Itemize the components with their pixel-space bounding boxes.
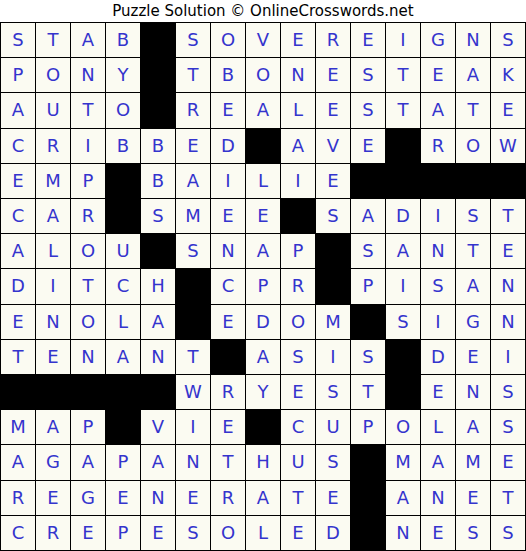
block-cell-r10c7	[211, 340, 245, 374]
block-cell-r11c5	[141, 375, 175, 409]
block-cell-r12c8	[246, 410, 280, 444]
block-cell-r5c11	[351, 164, 385, 198]
letter-cell-r3c10: E	[316, 93, 350, 127]
letter-cell-r13c14: M	[456, 445, 490, 479]
letter-cell-r11c8: Y	[246, 375, 280, 409]
letter-cell-r3c9: L	[281, 93, 315, 127]
letter-cell-r3c14: T	[456, 93, 490, 127]
letter-cell-r14c10: E	[316, 481, 350, 515]
letter-cell-r8c2: I	[36, 269, 70, 303]
letter-cell-r2c1: P	[1, 58, 35, 92]
letter-cell-r13c6: N	[176, 445, 210, 479]
letter-cell-r6c10: S	[316, 199, 350, 233]
letter-cell-r4c15: W	[491, 129, 525, 163]
letter-cell-r2c7: B	[211, 58, 245, 92]
letter-cell-r5c3: P	[71, 164, 105, 198]
crossword-grid: STABSOVEREIGNSPONYTBONESTEAKAUTOREALESTA…	[0, 22, 526, 551]
letter-cell-r14c12: A	[386, 481, 420, 515]
letter-cell-r7c12: A	[386, 234, 420, 268]
letter-cell-r3c13: A	[421, 93, 455, 127]
letter-cell-r6c1: C	[1, 199, 35, 233]
letter-cell-r3c15: E	[491, 93, 525, 127]
letter-cell-r1c1: S	[1, 23, 35, 57]
letter-cell-r10c5: N	[141, 340, 175, 374]
letter-cell-r9c2: N	[36, 305, 70, 339]
letter-cell-r12c14: A	[456, 410, 490, 444]
block-cell-r11c1	[1, 375, 35, 409]
block-cell-r10c12	[386, 340, 420, 374]
letter-cell-r2c11: S	[351, 58, 385, 92]
letter-cell-r12c15: S	[491, 410, 525, 444]
letter-cell-r2c4: Y	[106, 58, 140, 92]
letter-cell-r12c9: C	[281, 410, 315, 444]
letter-cell-r6c2: A	[36, 199, 70, 233]
letter-cell-r14c15: T	[491, 481, 525, 515]
letter-cell-r12c11: P	[351, 410, 385, 444]
letter-cell-r5c10: E	[316, 164, 350, 198]
letter-cell-r13c13: A	[421, 445, 455, 479]
letter-cell-r10c2: E	[36, 340, 70, 374]
block-cell-r6c9	[281, 199, 315, 233]
letter-cell-r15c3: E	[71, 516, 105, 550]
letter-cell-r15c13: E	[421, 516, 455, 550]
letter-cell-r8c13: S	[421, 269, 455, 303]
letter-cell-r15c7: O	[211, 516, 245, 550]
block-cell-r7c5	[141, 234, 175, 268]
letter-cell-r4c13: R	[421, 129, 455, 163]
letter-cell-r4c11: E	[351, 129, 385, 163]
letter-cell-r2c6: T	[176, 58, 210, 92]
block-cell-r11c4	[106, 375, 140, 409]
block-cell-r14c11	[351, 481, 385, 515]
letter-cell-r7c6: S	[176, 234, 210, 268]
letter-cell-r8c4: C	[106, 269, 140, 303]
block-cell-r9c11	[351, 305, 385, 339]
block-cell-r15c11	[351, 516, 385, 550]
letter-cell-r14c3: G	[71, 481, 105, 515]
block-cell-r11c3	[71, 375, 105, 409]
letter-cell-r13c3: A	[71, 445, 105, 479]
letter-cell-r6c6: M	[176, 199, 210, 233]
letter-cell-r12c5: V	[141, 410, 175, 444]
letter-cell-r14c14: E	[456, 481, 490, 515]
letter-cell-r9c14: G	[456, 305, 490, 339]
letter-cell-r5c7: I	[211, 164, 245, 198]
letter-cell-r13c5: A	[141, 445, 175, 479]
page-title: Puzzle Solution © OnlineCrosswords.net	[0, 0, 526, 22]
block-cell-r5c4	[106, 164, 140, 198]
letter-cell-r11c13: E	[421, 375, 455, 409]
letter-cell-r11c14: N	[456, 375, 490, 409]
letter-cell-r10c15: I	[491, 340, 525, 374]
letter-cell-r13c10: S	[316, 445, 350, 479]
block-cell-r2c5	[141, 58, 175, 92]
letter-cell-r8c8: P	[246, 269, 280, 303]
letter-cell-r8c12: I	[386, 269, 420, 303]
letter-cell-r9c9: O	[281, 305, 315, 339]
letter-cell-r3c8: A	[246, 93, 280, 127]
letter-cell-r6c12: D	[386, 199, 420, 233]
block-cell-r5c14	[456, 164, 490, 198]
letter-cell-r10c14: E	[456, 340, 490, 374]
letter-cell-r8c7: C	[211, 269, 245, 303]
puzzle-solution-page: Puzzle Solution © OnlineCrosswords.net S…	[0, 0, 526, 551]
letter-cell-r13c8: H	[246, 445, 280, 479]
letter-cell-r14c6: E	[176, 481, 210, 515]
letter-cell-r5c8: L	[246, 164, 280, 198]
letter-cell-r5c1: E	[1, 164, 35, 198]
letter-cell-r10c9: S	[281, 340, 315, 374]
letter-cell-r6c14: S	[456, 199, 490, 233]
letter-cell-r2c3: N	[71, 58, 105, 92]
letter-cell-r12c10: U	[316, 410, 350, 444]
letter-cell-r2c12: T	[386, 58, 420, 92]
letter-cell-r4c4: B	[106, 129, 140, 163]
letter-cell-r14c9: T	[281, 481, 315, 515]
letter-cell-r1c9: E	[281, 23, 315, 57]
letter-cell-r15c9: E	[281, 516, 315, 550]
letter-cell-r12c1: M	[1, 410, 35, 444]
letter-cell-r12c7: E	[211, 410, 245, 444]
letter-cell-r12c2: A	[36, 410, 70, 444]
letter-cell-r15c15: S	[491, 516, 525, 550]
letter-cell-r14c5: N	[141, 481, 175, 515]
letter-cell-r8c5: H	[141, 269, 175, 303]
letter-cell-r9c3: O	[71, 305, 105, 339]
letter-cell-r14c7: R	[211, 481, 245, 515]
letter-cell-r1c12: I	[386, 23, 420, 57]
letter-cell-r3c11: S	[351, 93, 385, 127]
letter-cell-r11c9: E	[281, 375, 315, 409]
block-cell-r8c10	[316, 269, 350, 303]
letter-cell-r7c11: S	[351, 234, 385, 268]
letter-cell-r14c2: E	[36, 481, 70, 515]
letter-cell-r9c4: L	[106, 305, 140, 339]
letter-cell-r6c11: A	[351, 199, 385, 233]
letter-cell-r7c13: N	[421, 234, 455, 268]
letter-cell-r11c11: T	[351, 375, 385, 409]
letter-cell-r13c9: U	[281, 445, 315, 479]
letter-cell-r14c13: N	[421, 481, 455, 515]
block-cell-r9c6	[176, 305, 210, 339]
letter-cell-r1c15: S	[491, 23, 525, 57]
letter-cell-r13c1: A	[1, 445, 35, 479]
letter-cell-r15c8: L	[246, 516, 280, 550]
letter-cell-r11c7: R	[211, 375, 245, 409]
block-cell-r6c4	[106, 199, 140, 233]
letter-cell-r5c2: M	[36, 164, 70, 198]
letter-cell-r4c1: C	[1, 129, 35, 163]
letter-cell-r2c13: E	[421, 58, 455, 92]
letter-cell-r1c11: E	[351, 23, 385, 57]
letter-cell-r13c7: T	[211, 445, 245, 479]
letter-cell-r10c13: D	[421, 340, 455, 374]
letter-cell-r9c1: E	[1, 305, 35, 339]
letter-cell-r8c15: N	[491, 269, 525, 303]
letter-cell-r8c3: T	[71, 269, 105, 303]
letter-cell-r7c2: L	[36, 234, 70, 268]
block-cell-r7c10	[316, 234, 350, 268]
letter-cell-r1c3: A	[71, 23, 105, 57]
letter-cell-r1c6: S	[176, 23, 210, 57]
letter-cell-r7c7: N	[211, 234, 245, 268]
letter-cell-r1c2: T	[36, 23, 70, 57]
letter-cell-r2c10: E	[316, 58, 350, 92]
letter-cell-r4c9: A	[281, 129, 315, 163]
block-cell-r8c6	[176, 269, 210, 303]
block-cell-r5c13	[421, 164, 455, 198]
letter-cell-r1c4: B	[106, 23, 140, 57]
letter-cell-r1c14: N	[456, 23, 490, 57]
letter-cell-r10c4: A	[106, 340, 140, 374]
letter-cell-r13c12: M	[386, 445, 420, 479]
letter-cell-r3c7: E	[211, 93, 245, 127]
letter-cell-r11c10: S	[316, 375, 350, 409]
letter-cell-r2c9: N	[281, 58, 315, 92]
letter-cell-r15c14: S	[456, 516, 490, 550]
letter-cell-r4c10: V	[316, 129, 350, 163]
letter-cell-r5c6: A	[176, 164, 210, 198]
letter-cell-r13c2: G	[36, 445, 70, 479]
letter-cell-r1c13: G	[421, 23, 455, 57]
block-cell-r5c12	[386, 164, 420, 198]
letter-cell-r15c2: R	[36, 516, 70, 550]
block-cell-r1c5	[141, 23, 175, 57]
block-cell-r12c4	[106, 410, 140, 444]
letter-cell-r6c8: E	[246, 199, 280, 233]
letter-cell-r10c3: N	[71, 340, 105, 374]
letter-cell-r8c14: A	[456, 269, 490, 303]
letter-cell-r14c8: A	[246, 481, 280, 515]
block-cell-r13c11	[351, 445, 385, 479]
letter-cell-r7c9: P	[281, 234, 315, 268]
letter-cell-r2c14: A	[456, 58, 490, 92]
letter-cell-r13c4: P	[106, 445, 140, 479]
letter-cell-r1c10: R	[316, 23, 350, 57]
letter-cell-r4c14: O	[456, 129, 490, 163]
letter-cell-r10c1: T	[1, 340, 35, 374]
letter-cell-r10c6: T	[176, 340, 210, 374]
letter-cell-r4c3: I	[71, 129, 105, 163]
letter-cell-r10c11: S	[351, 340, 385, 374]
letter-cell-r12c3: P	[71, 410, 105, 444]
letter-cell-r1c8: V	[246, 23, 280, 57]
letter-cell-r9c5: A	[141, 305, 175, 339]
letter-cell-r7c14: T	[456, 234, 490, 268]
letter-cell-r8c11: P	[351, 269, 385, 303]
block-cell-r4c8	[246, 129, 280, 163]
letter-cell-r10c8: A	[246, 340, 280, 374]
letter-cell-r7c15: E	[491, 234, 525, 268]
letter-cell-r5c9: I	[281, 164, 315, 198]
block-cell-r11c12	[386, 375, 420, 409]
letter-cell-r15c6: S	[176, 516, 210, 550]
letter-cell-r12c12: O	[386, 410, 420, 444]
letter-cell-r14c1: R	[1, 481, 35, 515]
letter-cell-r12c13: L	[421, 410, 455, 444]
letter-cell-r2c2: O	[36, 58, 70, 92]
block-cell-r4c12	[386, 129, 420, 163]
letter-cell-r6c7: E	[211, 199, 245, 233]
letter-cell-r4c5: B	[141, 129, 175, 163]
letter-cell-r3c6: R	[176, 93, 210, 127]
letter-cell-r15c4: P	[106, 516, 140, 550]
letter-cell-r11c6: W	[176, 375, 210, 409]
letter-cell-r9c10: M	[316, 305, 350, 339]
letter-cell-r11c15: S	[491, 375, 525, 409]
letter-cell-r9c12: S	[386, 305, 420, 339]
letter-cell-r8c1: D	[1, 269, 35, 303]
letter-cell-r4c6: E	[176, 129, 210, 163]
letter-cell-r15c12: N	[386, 516, 420, 550]
letter-cell-r6c3: R	[71, 199, 105, 233]
letter-cell-r2c8: O	[246, 58, 280, 92]
letter-cell-r12c6: I	[176, 410, 210, 444]
letter-cell-r14c4: E	[106, 481, 140, 515]
letter-cell-r1c7: O	[211, 23, 245, 57]
letter-cell-r7c8: A	[246, 234, 280, 268]
letter-cell-r15c1: C	[1, 516, 35, 550]
letter-cell-r7c1: A	[1, 234, 35, 268]
block-cell-r5c15	[491, 164, 525, 198]
letter-cell-r6c13: I	[421, 199, 455, 233]
letter-cell-r7c3: O	[71, 234, 105, 268]
letter-cell-r8c9: R	[281, 269, 315, 303]
letter-cell-r5c5: B	[141, 164, 175, 198]
letter-cell-r10c10: I	[316, 340, 350, 374]
letter-cell-r3c3: T	[71, 93, 105, 127]
letter-cell-r3c2: U	[36, 93, 70, 127]
block-cell-r11c2	[36, 375, 70, 409]
letter-cell-r6c15: T	[491, 199, 525, 233]
letter-cell-r2c15: K	[491, 58, 525, 92]
letter-cell-r4c2: R	[36, 129, 70, 163]
letter-cell-r6c5: S	[141, 199, 175, 233]
block-cell-r3c5	[141, 93, 175, 127]
letter-cell-r4c7: D	[211, 129, 245, 163]
letter-cell-r3c1: A	[1, 93, 35, 127]
letter-cell-r3c4: O	[106, 93, 140, 127]
letter-cell-r9c15: N	[491, 305, 525, 339]
letter-cell-r9c13: I	[421, 305, 455, 339]
letter-cell-r9c7: E	[211, 305, 245, 339]
letter-cell-r3c12: T	[386, 93, 420, 127]
letter-cell-r7c4: U	[106, 234, 140, 268]
letter-cell-r9c8: D	[246, 305, 280, 339]
letter-cell-r15c5: E	[141, 516, 175, 550]
letter-cell-r15c10: D	[316, 516, 350, 550]
letter-cell-r13c15: E	[491, 445, 525, 479]
